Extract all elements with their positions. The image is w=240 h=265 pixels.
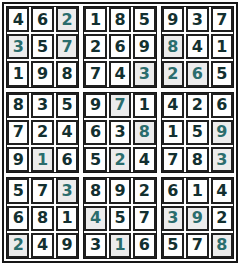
sudoku-cell-r7c3[interactable]: 3	[56, 178, 78, 203]
sudoku-cell-r4c4[interactable]: 9	[84, 93, 106, 118]
sudoku-cell-r5c4[interactable]: 6	[84, 120, 106, 145]
sudoku-cell-r5c3[interactable]: 4	[56, 120, 78, 145]
sudoku-cell-r4c1[interactable]: 8	[7, 93, 29, 118]
sudoku-cell-r1c8[interactable]: 3	[186, 7, 208, 32]
sudoku-cell-r4c2[interactable]: 3	[31, 93, 53, 118]
sudoku-cell-r7c8[interactable]: 1	[186, 178, 208, 203]
sudoku-cell-r1c4[interactable]: 1	[84, 7, 106, 32]
sudoku-cell-r1c7[interactable]: 9	[162, 7, 184, 32]
sudoku-cell-r1c5[interactable]: 8	[109, 7, 131, 32]
sudoku-cell-r4c6[interactable]: 1	[133, 93, 155, 118]
sudoku-cell-r6c2[interactable]: 1	[31, 147, 53, 172]
sudoku-cell-r1c3[interactable]: 2	[56, 7, 78, 32]
sudoku-cell-r1c6[interactable]: 5	[133, 7, 155, 32]
sudoku-cell-r7c4[interactable]: 8	[84, 178, 106, 203]
sudoku-cell-r2c6[interactable]: 9	[133, 34, 155, 59]
sudoku-cell-r8c4[interactable]: 4	[84, 206, 106, 231]
sudoku-cell-r2c2[interactable]: 5	[31, 34, 53, 59]
sudoku-box: 892457316	[83, 177, 156, 259]
sudoku-cell-r6c8[interactable]: 8	[186, 147, 208, 172]
sudoku-cell-r6c5[interactable]: 2	[109, 147, 131, 172]
sudoku-cell-r7c7[interactable]: 6	[162, 178, 184, 203]
sudoku-cell-r6c7[interactable]: 7	[162, 147, 184, 172]
sudoku-cell-r2c9[interactable]: 1	[211, 34, 233, 59]
sudoku-cell-r4c8[interactable]: 2	[186, 93, 208, 118]
sudoku-cell-r9c9[interactable]: 8	[211, 233, 233, 258]
sudoku-cell-r8c1[interactable]: 6	[7, 206, 29, 231]
sudoku-cell-r3c4[interactable]: 7	[84, 61, 106, 86]
sudoku-cell-r6c1[interactable]: 9	[7, 147, 29, 172]
sudoku-cell-r3c8[interactable]: 6	[186, 61, 208, 86]
sudoku-cell-r2c5[interactable]: 6	[109, 34, 131, 59]
sudoku-cell-r8c6[interactable]: 7	[133, 206, 155, 231]
sudoku-cell-r7c5[interactable]: 9	[109, 178, 131, 203]
sudoku-cell-r3c2[interactable]: 9	[31, 61, 53, 86]
sudoku-cell-r5c5[interactable]: 3	[109, 120, 131, 145]
sudoku-cell-r6c9[interactable]: 3	[211, 147, 233, 172]
sudoku-cell-r9c2[interactable]: 4	[31, 233, 53, 258]
sudoku-cell-r5c6[interactable]: 8	[133, 120, 155, 145]
sudoku-cell-r8c7[interactable]: 3	[162, 206, 184, 231]
sudoku-cell-r6c6[interactable]: 4	[133, 147, 155, 172]
sudoku-cell-r3c7[interactable]: 2	[162, 61, 184, 86]
sudoku-board: 4623571981852697439378412658357249169716…	[0, 0, 240, 265]
sudoku-cell-r8c3[interactable]: 1	[56, 206, 78, 231]
sudoku-cell-r5c9[interactable]: 9	[211, 120, 233, 145]
sudoku-grid: 4623571981852697439378412658357249169716…	[2, 2, 238, 263]
sudoku-cell-r7c2[interactable]: 7	[31, 178, 53, 203]
sudoku-cell-r6c3[interactable]: 6	[56, 147, 78, 172]
sudoku-box: 573681249	[6, 177, 79, 259]
sudoku-cell-r8c9[interactable]: 2	[211, 206, 233, 231]
sudoku-cell-r5c1[interactable]: 7	[7, 120, 29, 145]
sudoku-cell-r5c2[interactable]: 2	[31, 120, 53, 145]
sudoku-cell-r7c1[interactable]: 5	[7, 178, 29, 203]
sudoku-cell-r9c1[interactable]: 2	[7, 233, 29, 258]
sudoku-box: 835724916	[6, 92, 79, 174]
sudoku-cell-r8c5[interactable]: 5	[109, 206, 131, 231]
sudoku-box: 614392578	[161, 177, 234, 259]
sudoku-cell-r4c3[interactable]: 5	[56, 93, 78, 118]
sudoku-cell-r8c8[interactable]: 9	[186, 206, 208, 231]
sudoku-box: 971638524	[83, 92, 156, 174]
sudoku-cell-r4c9[interactable]: 6	[211, 93, 233, 118]
sudoku-cell-r3c5[interactable]: 4	[109, 61, 131, 86]
sudoku-cell-r4c5[interactable]: 7	[109, 93, 131, 118]
sudoku-cell-r5c8[interactable]: 5	[186, 120, 208, 145]
sudoku-cell-r1c1[interactable]: 4	[7, 7, 29, 32]
sudoku-cell-r4c7[interactable]: 4	[162, 93, 184, 118]
sudoku-cell-r2c3[interactable]: 7	[56, 34, 78, 59]
sudoku-cell-r9c3[interactable]: 9	[56, 233, 78, 258]
sudoku-cell-r2c4[interactable]: 2	[84, 34, 106, 59]
sudoku-cell-r2c1[interactable]: 3	[7, 34, 29, 59]
sudoku-cell-r1c2[interactable]: 6	[31, 7, 53, 32]
sudoku-cell-r3c6[interactable]: 3	[133, 61, 155, 86]
sudoku-cell-r7c9[interactable]: 4	[211, 178, 233, 203]
sudoku-cell-r6c4[interactable]: 5	[84, 147, 106, 172]
sudoku-cell-r9c5[interactable]: 1	[109, 233, 131, 258]
sudoku-box: 426159783	[161, 92, 234, 174]
sudoku-box: 185269743	[83, 6, 156, 88]
sudoku-cell-r9c4[interactable]: 3	[84, 233, 106, 258]
sudoku-cell-r9c6[interactable]: 6	[133, 233, 155, 258]
sudoku-cell-r5c7[interactable]: 1	[162, 120, 184, 145]
sudoku-cell-r2c7[interactable]: 8	[162, 34, 184, 59]
sudoku-cell-r9c7[interactable]: 5	[162, 233, 184, 258]
sudoku-cell-r8c2[interactable]: 8	[31, 206, 53, 231]
sudoku-box: 937841265	[161, 6, 234, 88]
sudoku-cell-r3c9[interactable]: 5	[211, 61, 233, 86]
sudoku-box: 462357198	[6, 6, 79, 88]
sudoku-cell-r2c8[interactable]: 4	[186, 34, 208, 59]
sudoku-cell-r9c8[interactable]: 7	[186, 233, 208, 258]
sudoku-cell-r3c1[interactable]: 1	[7, 61, 29, 86]
sudoku-cell-r1c9[interactable]: 7	[211, 7, 233, 32]
sudoku-cell-r7c6[interactable]: 2	[133, 178, 155, 203]
sudoku-cell-r3c3[interactable]: 8	[56, 61, 78, 86]
